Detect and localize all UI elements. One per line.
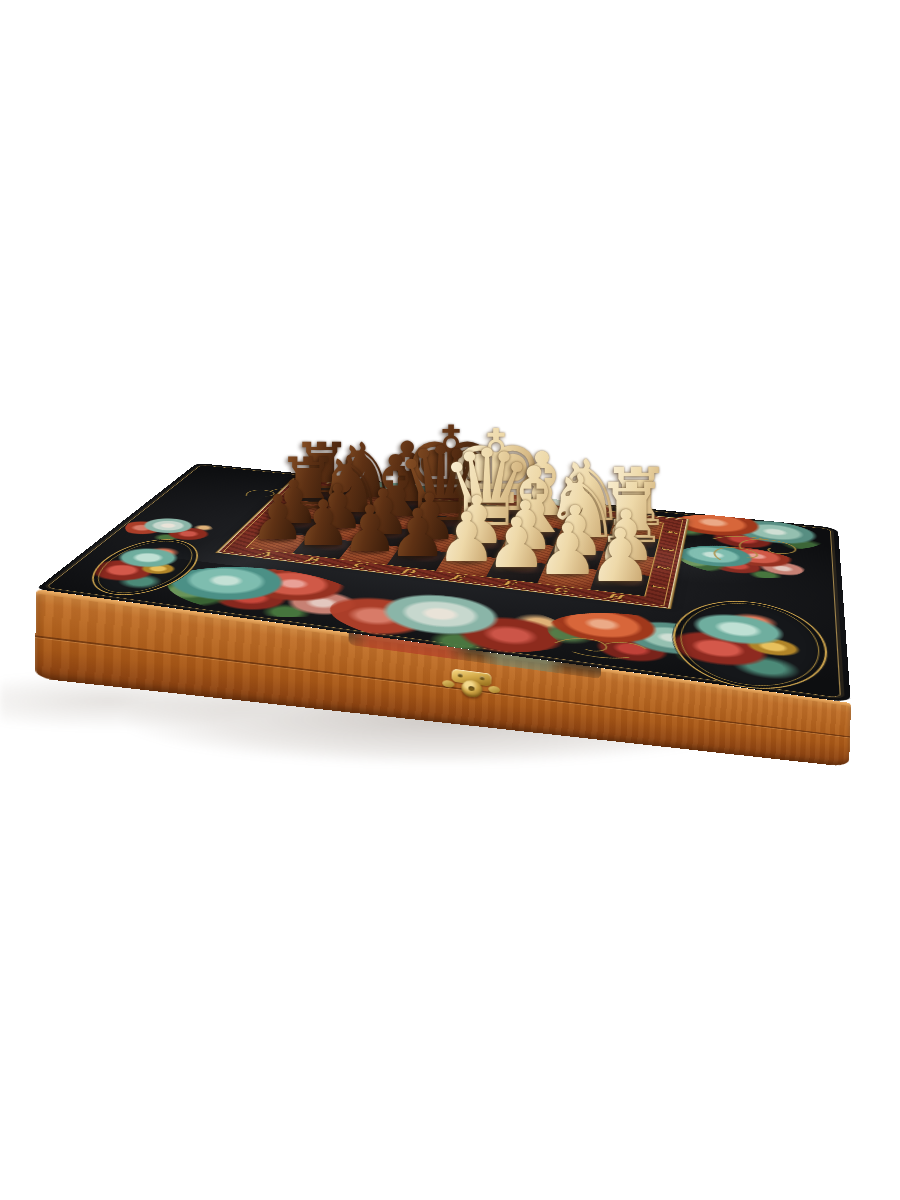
brass-clasp [448, 667, 495, 708]
clasp-screw-icon [458, 673, 463, 677]
clasp-screw-icon [480, 676, 485, 680]
product-photo: ABCDEFGH1234 ♜♞♝♚♚♝♞♜♜♞♝♛♛♝♞♜♟♟♟♟♟♟♟♟♟♟♟… [0, 0, 900, 1200]
clasp-wing-right [488, 685, 500, 693]
